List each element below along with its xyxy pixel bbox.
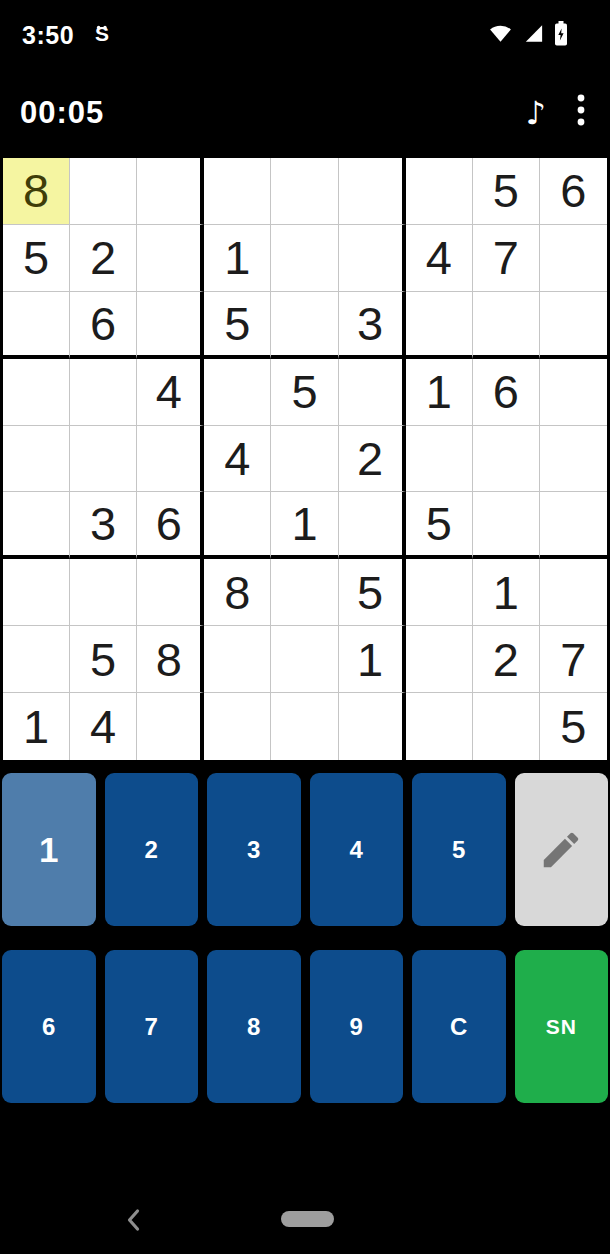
cell-r1c1[interactable]: 8 — [3, 158, 70, 225]
cell-r8c4[interactable] — [204, 626, 271, 693]
cell-r3c6[interactable]: 3 — [339, 292, 406, 359]
cell-r4c8[interactable]: 6 — [473, 359, 540, 426]
cell-r2c6[interactable] — [339, 225, 406, 292]
cell-r5c3[interactable] — [137, 426, 204, 493]
cell-r3c4[interactable]: 5 — [204, 292, 271, 359]
cell-r9c6[interactable] — [339, 693, 406, 760]
cell-r5c7[interactable] — [406, 426, 473, 493]
cell-r2c2[interactable]: 2 — [70, 225, 137, 292]
cell-r8c8[interactable]: 2 — [473, 626, 540, 693]
cell-r8c5[interactable] — [271, 626, 338, 693]
cell-r4c2[interactable] — [70, 359, 137, 426]
cell-r8c9[interactable]: 7 — [540, 626, 607, 693]
cell-r9c8[interactable] — [473, 693, 540, 760]
cell-r2c8[interactable]: 7 — [473, 225, 540, 292]
cell-r1c6[interactable] — [339, 158, 406, 225]
cell-r3c1[interactable] — [3, 292, 70, 359]
cell-r1c9[interactable]: 6 — [540, 158, 607, 225]
cell-r4c7[interactable]: 1 — [406, 359, 473, 426]
keypad-button-8[interactable]: 8 — [207, 950, 301, 1103]
cell-r6c2[interactable]: 3 — [70, 492, 137, 559]
keypad-button-4[interactable]: 4 — [310, 773, 404, 926]
home-pill[interactable] — [281, 1211, 334, 1227]
cell-r8c3[interactable]: 8 — [137, 626, 204, 693]
cell-r4c1[interactable] — [3, 359, 70, 426]
overflow-menu-icon[interactable] — [576, 93, 586, 133]
cell-r1c4[interactable] — [204, 158, 271, 225]
cell-r9c9[interactable]: 5 — [540, 693, 607, 760]
cell-r2c4[interactable]: 1 — [204, 225, 271, 292]
status-bar-right — [488, 21, 610, 50]
app-bar-actions: ♪ — [526, 93, 586, 133]
android-nav-bar — [0, 1103, 610, 1254]
wifi-icon — [488, 21, 513, 49]
cell-r5c4[interactable]: 4 — [204, 426, 271, 493]
cell-r6c5[interactable]: 1 — [271, 492, 338, 559]
cell-r5c6[interactable]: 2 — [339, 426, 406, 493]
sudoku-board: 85652147653451642361585158127145 — [0, 155, 610, 763]
cell-r4c5[interactable]: 5 — [271, 359, 338, 426]
cell-r7c6[interactable]: 5 — [339, 559, 406, 626]
cell-r8c7[interactable] — [406, 626, 473, 693]
cell-r5c9[interactable] — [540, 426, 607, 493]
cell-r7c2[interactable] — [70, 559, 137, 626]
cell-r4c6[interactable] — [339, 359, 406, 426]
cell-r9c4[interactable] — [204, 693, 271, 760]
status-bar: 3:50 S — [0, 0, 610, 70]
cell-r9c1[interactable]: 1 — [3, 693, 70, 760]
keypad-button-7[interactable]: 7 — [105, 950, 199, 1103]
cell-r7c3[interactable] — [137, 559, 204, 626]
cell-r2c9[interactable] — [540, 225, 607, 292]
cell-r5c5[interactable] — [271, 426, 338, 493]
music-note-icon[interactable]: ♪ — [526, 97, 546, 129]
keypad-button-2[interactable]: 2 — [105, 773, 199, 926]
cell-r6c1[interactable] — [3, 492, 70, 559]
keypad-button-5[interactable]: 5 — [412, 773, 506, 926]
cell-r8c6[interactable]: 1 — [339, 626, 406, 693]
cell-r4c3[interactable]: 4 — [137, 359, 204, 426]
cell-r6c6[interactable] — [339, 492, 406, 559]
svg-text:S: S — [95, 22, 109, 45]
clock: 3:50 — [22, 21, 74, 50]
status-bar-left: 3:50 S — [22, 21, 114, 50]
cell-r6c7[interactable]: 5 — [406, 492, 473, 559]
cell-r7c5[interactable] — [271, 559, 338, 626]
pencil-mode-button[interactable] — [515, 773, 609, 926]
cell-r7c7[interactable] — [406, 559, 473, 626]
cell-r6c8[interactable] — [473, 492, 540, 559]
keypad-button-9[interactable]: 9 — [310, 950, 404, 1103]
cell-r1c7[interactable] — [406, 158, 473, 225]
cell-r3c2[interactable]: 6 — [70, 292, 137, 359]
cell-r1c8[interactable]: 5 — [473, 158, 540, 225]
keypad-button-1[interactable]: 1 — [2, 773, 96, 926]
cell-r9c3[interactable] — [137, 693, 204, 760]
app-bar: 00:05 ♪ — [0, 70, 610, 155]
keypad-row-1: 12345 — [0, 773, 610, 926]
cell-r9c7[interactable] — [406, 693, 473, 760]
cell-r8c1[interactable] — [3, 626, 70, 693]
cell-r5c8[interactable] — [473, 426, 540, 493]
cell-r1c2[interactable] — [70, 158, 137, 225]
cell-r1c3[interactable] — [137, 158, 204, 225]
cell-r6c9[interactable] — [540, 492, 607, 559]
cell-r7c9[interactable] — [540, 559, 607, 626]
cell-r9c5[interactable] — [271, 693, 338, 760]
cell-r9c2[interactable]: 4 — [70, 693, 137, 760]
cell-r6c4[interactable] — [204, 492, 271, 559]
cell-r5c2[interactable] — [70, 426, 137, 493]
cell-r6c3[interactable]: 6 — [137, 492, 204, 559]
cell-r2c7[interactable]: 4 — [406, 225, 473, 292]
keypad-button-3[interactable]: 3 — [207, 773, 301, 926]
cell-r5c1[interactable] — [3, 426, 70, 493]
cell-r2c1[interactable]: 5 — [3, 225, 70, 292]
keypad-button-C[interactable]: C — [412, 950, 506, 1103]
keypad-button-6[interactable]: 6 — [2, 950, 96, 1103]
cell-r7c8[interactable]: 1 — [473, 559, 540, 626]
sudoku-app-notification-icon: S — [90, 21, 114, 49]
cell-r3c7[interactable] — [406, 292, 473, 359]
battery-charging-icon — [554, 21, 568, 50]
cell-r3c8[interactable] — [473, 292, 540, 359]
cell-r7c4[interactable]: 8 — [204, 559, 271, 626]
cell-signal-icon — [522, 21, 545, 49]
cell-r2c3[interactable] — [137, 225, 204, 292]
keypad-row-2: 6789CSN — [0, 950, 610, 1103]
game-timer: 00:05 — [20, 95, 104, 131]
cell-r3c5[interactable] — [271, 292, 338, 359]
single-number-mode-button[interactable]: SN — [515, 950, 609, 1103]
sudoku-app-screen: 3:50 S — [0, 0, 610, 1254]
cell-r2c5[interactable] — [271, 225, 338, 292]
cell-r4c9[interactable] — [540, 359, 607, 426]
back-chevron-icon[interactable] — [121, 1206, 147, 1238]
cell-r4c4[interactable] — [204, 359, 271, 426]
cell-r1c5[interactable] — [271, 158, 338, 225]
cell-r7c1[interactable] — [3, 559, 70, 626]
cell-r3c3[interactable] — [137, 292, 204, 359]
cell-r8c2[interactable]: 5 — [70, 626, 137, 693]
cell-r3c9[interactable] — [540, 292, 607, 359]
pencil-icon — [538, 827, 584, 873]
